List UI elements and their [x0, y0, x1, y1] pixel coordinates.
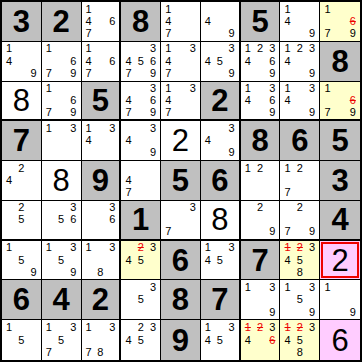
cell-r4c2[interactable]: 13 — [42, 121, 82, 161]
candidate-digit: 9 — [28, 67, 40, 79]
cell-r5c1[interactable]: 24 — [2, 161, 42, 201]
cell-r7c5[interactable]: 6 — [161, 241, 201, 281]
candidate-grid: 2345 — [121, 320, 160, 360]
candidate-digit: 9 — [147, 106, 159, 118]
candidate-digit: 5 — [135, 55, 147, 67]
cell-r9c1[interactable]: 15 — [2, 320, 42, 360]
cell-r5c2[interactable]: 8 — [42, 161, 82, 201]
candidate-digit: 6 — [106, 55, 118, 67]
candidate-digit: 4 — [162, 15, 174, 27]
candidate-digit: 6 — [266, 94, 278, 106]
candidate-grid: 1679 — [320, 2, 360, 41]
given-digit: 8 — [331, 46, 348, 77]
cell-r3c4[interactable]: 34679 — [121, 82, 161, 122]
candidate-grid: 1679 — [320, 82, 360, 120]
candidate-digit: 3 — [266, 43, 278, 55]
cell-r6c7[interactable]: 29 — [241, 201, 281, 241]
candidate-digit: 4 — [3, 55, 15, 67]
candidate-grid: 1347 — [161, 42, 200, 81]
cell-r1c9[interactable]: 1679 — [320, 2, 360, 42]
candidate-digit: 5 — [214, 55, 226, 67]
cell-r4c5[interactable]: 2 — [161, 121, 201, 161]
candidate-digit: 3 — [266, 321, 278, 334]
cell-r4c4[interactable]: 349 — [121, 121, 161, 161]
candidate-digit: 5 — [55, 334, 67, 347]
eliminated-candidate: 6 — [346, 94, 359, 106]
candidate-digit: 3 — [187, 202, 199, 214]
cell-r9c6[interactable]: 1345 — [201, 320, 241, 360]
cell-r4c9[interactable]: 5 — [320, 121, 360, 161]
candidate-digit: 3 — [67, 242, 79, 254]
candidate-digit: 1 — [281, 162, 293, 174]
given-digit: 7 — [251, 245, 268, 276]
candidate-digit: 3 — [266, 281, 278, 293]
candidate-digit: 3 — [306, 83, 318, 95]
cell-r7c3[interactable]: 138 — [82, 241, 122, 281]
candidate-digit: 9 — [266, 67, 278, 79]
cell-r8c2[interactable]: 4 — [42, 280, 82, 320]
given-digit: 4 — [53, 284, 70, 315]
candidate-grid: 138 — [82, 241, 120, 280]
given-digit: 5 — [92, 85, 109, 116]
candidate-digit: 5 — [294, 254, 306, 266]
candidate-digit: 1 — [242, 43, 254, 55]
cell-r6c1[interactable]: 25 — [2, 201, 42, 241]
cell-r6c3[interactable]: 36 — [82, 201, 122, 241]
candidate-digit: 1 — [202, 242, 214, 254]
candidate-grid: 36 — [82, 201, 120, 239]
candidate-grid: 3459 — [201, 42, 239, 81]
cell-r6c9[interactable]: 4 — [320, 201, 360, 241]
cell-r5c8[interactable]: 127 — [280, 161, 320, 201]
candidate-digit: 2 — [254, 202, 266, 214]
candidate-digit: 1 — [162, 3, 174, 15]
candidate-digit: 4 — [202, 55, 214, 67]
cell-r2c2[interactable]: 1679 — [42, 42, 82, 82]
candidate-digit: 8 — [294, 346, 306, 359]
candidate-digit: 7 — [321, 28, 334, 40]
candidate-digit: 8 — [94, 266, 106, 278]
candidate-grid: 127 — [280, 161, 319, 200]
given-digit: 8 — [132, 6, 149, 37]
candidate-digit: 4 — [122, 55, 134, 67]
eliminated-candidate: 2 — [294, 242, 306, 254]
cell-r6c4[interactable]: 1 — [121, 201, 161, 241]
candidate-digit: 1 — [242, 83, 254, 95]
candidate-digit: 1 — [83, 3, 95, 15]
candidate-digit: 9 — [306, 28, 318, 40]
eliminated-candidate: 1 — [242, 321, 254, 334]
candidate-grid: 134 — [82, 121, 120, 160]
cell-r2c8[interactable]: 12349 — [280, 42, 320, 82]
candidate-grid: 1357 — [42, 320, 81, 360]
cell-r6c5[interactable]: 37 — [161, 201, 201, 241]
candidate-digit: 4 — [242, 94, 254, 106]
candidate-digit: 4 — [122, 135, 134, 147]
candidate-digit: 4 — [83, 135, 95, 147]
given-digit: 5 — [331, 125, 348, 156]
cell-r1c3[interactable]: 1467 — [82, 2, 122, 42]
cell-r5c9[interactable]: 3 — [320, 161, 360, 201]
candidate-digit: 2 — [254, 43, 266, 55]
eliminated-candidate: 2 — [135, 242, 147, 254]
candidate-digit: 3 — [226, 321, 238, 334]
cell-r1c8[interactable]: 149 — [280, 2, 320, 42]
candidate-digit: 9 — [67, 266, 79, 278]
cell-r7c7[interactable]: 7 — [241, 241, 281, 281]
eliminated-candidate: 2 — [294, 321, 306, 334]
given-digit: 5 — [251, 6, 268, 37]
solved-digit: 2 — [172, 125, 189, 156]
candidate-digit: 9 — [266, 306, 278, 318]
candidate-digit: 4 — [162, 94, 174, 106]
candidate-grid: 139 — [241, 280, 280, 319]
cell-r1c5[interactable]: 147 — [161, 2, 201, 42]
given-digit: 2 — [92, 284, 109, 315]
cell-r2c7[interactable]: 123469 — [241, 42, 281, 82]
cell-r4c3[interactable]: 134 — [82, 121, 122, 161]
candidate-digit: 9 — [306, 67, 318, 79]
candidate-digit: 5 — [15, 334, 27, 347]
candidate-digit: 9 — [226, 147, 238, 159]
cell-r4c7[interactable]: 8 — [241, 121, 281, 161]
cell-r4c6[interactable]: 349 — [201, 121, 241, 161]
candidate-digit: 3 — [306, 321, 318, 334]
candidate-digit: 7 — [43, 106, 55, 118]
candidate-grid: 12346 — [241, 320, 280, 360]
candidate-digit: 6 — [147, 94, 159, 106]
cell-r2c5[interactable]: 1347 — [161, 42, 201, 82]
candidate-digit: 7 — [162, 67, 174, 79]
candidate-digit: 9 — [306, 306, 318, 318]
candidate-digit: 7 — [83, 346, 95, 359]
candidate-digit: 7 — [83, 67, 95, 79]
candidate-digit: 9 — [266, 106, 278, 118]
candidate-digit: 1 — [202, 321, 214, 334]
cell-r3c2[interactable]: 1679 — [42, 82, 82, 122]
cell-r9c9[interactable]: 6 — [320, 320, 360, 360]
cell-r5c5[interactable]: 5 — [161, 161, 201, 201]
candidate-digit: 2 — [294, 202, 306, 214]
candidate-digit: 4 — [122, 254, 134, 266]
cell-r9c5[interactable]: 9 — [161, 320, 201, 360]
given-digit: 6 — [211, 165, 228, 196]
cell-r3c3[interactable]: 5 — [82, 82, 122, 122]
given-digit: 6 — [13, 284, 30, 315]
given-digit: 6 — [172, 245, 189, 276]
cell-r2c9[interactable]: 8 — [320, 42, 360, 82]
candidate-digit: 2 — [294, 43, 306, 55]
given-digit: 3 — [13, 6, 30, 37]
candidate-digit: 3 — [147, 281, 159, 293]
candidate-digit: 4 — [281, 15, 293, 27]
candidate-digit: 9 — [67, 67, 79, 79]
candidate-digit: 4 — [281, 94, 293, 106]
eliminated-candidate: 1 — [281, 242, 293, 254]
solved-digit: 8 — [53, 165, 70, 196]
eliminated-candidate: 6 — [346, 15, 359, 27]
candidate-grid: 159 — [2, 241, 41, 280]
cell-r8c5[interactable]: 8 — [161, 280, 201, 320]
candidate-digit: 3 — [226, 242, 238, 254]
candidate-grid: 13 — [42, 121, 81, 160]
candidate-digit: 5 — [15, 254, 27, 266]
cell-r1c6[interactable]: 49 — [201, 2, 241, 42]
candidate-grid: 1359 — [42, 241, 81, 280]
cell-r4c1[interactable]: 7 — [2, 121, 42, 161]
candidate-grid: 1679 — [42, 42, 81, 81]
candidate-grid: 1345 — [201, 241, 239, 280]
given-digit: 8 — [251, 125, 268, 156]
candidate-grid: 149 — [2, 42, 41, 81]
candidate-grid: 49 — [201, 2, 239, 41]
candidate-digit: 5 — [214, 254, 226, 266]
given-digit: 6 — [291, 125, 308, 156]
candidate-digit: 7 — [83, 28, 95, 40]
candidate-digit: 1 — [83, 321, 95, 334]
candidate-digit: 3 — [147, 321, 159, 334]
candidate-grid: 1349 — [280, 82, 319, 120]
candidate-digit: 4 — [242, 334, 254, 347]
given-digit: 5 — [172, 165, 189, 196]
cell-r5c7[interactable]: 12 — [241, 161, 281, 201]
candidate-digit: 7 — [281, 187, 293, 199]
cell-r4c8[interactable]: 6 — [280, 121, 320, 161]
cell-r9c7[interactable]: 12346 — [241, 320, 281, 360]
candidate-digit: 3 — [106, 122, 118, 134]
candidate-digit: 9 — [28, 266, 40, 278]
cell-r8c6[interactable]: 7 — [201, 280, 241, 320]
cell-r7c8[interactable]: 123458 — [280, 241, 320, 281]
candidate-digit: 6 — [67, 214, 79, 226]
cell-r1c7[interactable]: 5 — [241, 2, 281, 42]
given-digit: 9 — [172, 325, 189, 356]
candidate-digit: 1 — [83, 242, 95, 254]
candidate-digit: 4 — [281, 55, 293, 67]
solved-digit: 8 — [211, 204, 228, 235]
candidate-grid: 123458 — [280, 320, 319, 360]
cell-r1c4[interactable]: 8 — [121, 2, 161, 42]
candidate-digit: 4 — [122, 174, 134, 186]
cell-r8c4[interactable]: 35 — [121, 280, 161, 320]
candidate-digit: 1 — [3, 242, 15, 254]
candidate-digit: 4 — [202, 334, 214, 347]
cell-r7c2[interactable]: 1359 — [42, 241, 82, 281]
candidate-digit: 4 — [83, 55, 95, 67]
candidate-digit: 4 — [202, 15, 214, 27]
candidate-digit: 3 — [106, 242, 118, 254]
candidate-grid: 349 — [201, 121, 239, 160]
given-digit: 2 — [211, 85, 228, 116]
sudoku-board: 3214678147495149167914916791467345679134… — [0, 0, 362, 362]
candidate-digit: 5 — [214, 334, 226, 347]
given-digit: 4 — [331, 204, 348, 235]
cell-r2c4[interactable]: 345679 — [121, 42, 161, 82]
solved-digit: 6 — [331, 325, 348, 356]
candidate-digit: 1 — [43, 43, 55, 55]
candidate-digit: 1 — [3, 43, 15, 55]
candidate-digit: 7 — [122, 106, 134, 118]
candidate-digit: 2 — [294, 162, 306, 174]
candidate-grid: 1467 — [82, 2, 120, 41]
candidate-digit: 3 — [147, 242, 159, 254]
candidate-grid: 356 — [42, 201, 81, 239]
candidate-grid: 2345 — [121, 241, 160, 280]
candidate-grid: 123469 — [241, 42, 280, 81]
cell-r2c1[interactable]: 149 — [2, 42, 42, 82]
candidate-digit: 1 — [281, 43, 293, 55]
cell-r9c8[interactable]: 123458 — [280, 320, 320, 360]
candidate-digit: 1 — [162, 43, 174, 55]
cell-r2c3[interactable]: 1467 — [82, 42, 122, 82]
candidate-digit: 6 — [147, 55, 159, 67]
candidate-grid: 147 — [161, 2, 200, 41]
candidate-digit: 6 — [67, 94, 79, 106]
cell-r8c8[interactable]: 1359 — [280, 280, 320, 320]
candidate-digit: 1 — [281, 281, 293, 293]
candidate-digit: 1 — [242, 281, 254, 293]
candidate-digit: 4 — [242, 55, 254, 67]
cell-r5c6[interactable]: 6 — [201, 161, 241, 201]
candidate-digit: 5 — [15, 214, 27, 226]
candidate-digit: 2 — [135, 321, 147, 334]
candidate-grid: 1467 — [82, 42, 120, 81]
given-digit: 3 — [331, 165, 348, 196]
candidate-digit: 1 — [83, 122, 95, 134]
cell-r6c2[interactable]: 356 — [42, 201, 82, 241]
candidate-grid: 349 — [121, 121, 160, 160]
candidate-digit: 3 — [306, 242, 318, 254]
candidate-digit: 1 — [162, 83, 174, 95]
candidate-digit: 4 — [281, 334, 293, 347]
candidate-grid: 123458 — [280, 241, 319, 280]
candidate-digit: 3 — [266, 83, 278, 95]
cell-r3c5[interactable]: 1347 — [161, 82, 201, 122]
candidate-digit: 7 — [162, 28, 174, 40]
candidate-digit: 4 — [202, 135, 214, 147]
candidate-digit: 9 — [226, 28, 238, 40]
candidate-digit: 3 — [187, 83, 199, 95]
given-digit: 7 — [211, 284, 228, 315]
cell-r3c9[interactable]: 1679 — [320, 82, 360, 122]
cell-r7c9[interactable]: 2 — [320, 241, 360, 281]
candidate-digit: 4 — [122, 94, 134, 106]
cell-r3c8[interactable]: 1349 — [280, 82, 320, 122]
candidate-grid: 47 — [121, 161, 160, 200]
candidate-grid: 149 — [280, 2, 319, 41]
candidate-digit: 3 — [226, 43, 238, 55]
candidate-digit: 2 — [254, 162, 266, 174]
cell-r6c8[interactable]: 279 — [280, 201, 320, 241]
candidate-grid: 279 — [280, 201, 319, 239]
candidate-digit: 7 — [281, 226, 293, 238]
cell-r1c2[interactable]: 2 — [42, 2, 82, 42]
cell-r6c6[interactable]: 8 — [201, 201, 241, 241]
candidate-grid: 1347 — [161, 82, 200, 120]
cell-r3c7[interactable]: 13469 — [241, 82, 281, 122]
candidate-digit: 3 — [67, 321, 79, 334]
cell-r3c6[interactable]: 2 — [201, 82, 241, 122]
candidate-digit: 2 — [15, 162, 27, 174]
candidate-digit: 3 — [306, 43, 318, 55]
candidate-grid: 13469 — [241, 82, 280, 120]
candidate-grid: 12349 — [280, 42, 319, 81]
candidate-digit: 1 — [43, 83, 55, 95]
cell-r9c3[interactable]: 1378 — [82, 320, 122, 360]
candidate-digit: 1 — [83, 43, 95, 55]
candidate-digit: 3 — [106, 202, 118, 214]
candidate-digit: 3 — [147, 122, 159, 134]
candidate-digit: 8 — [294, 266, 306, 278]
candidate-grid: 25 — [2, 201, 41, 239]
cell-r2c6[interactable]: 3459 — [201, 42, 241, 82]
cell-r5c3[interactable]: 9 — [82, 161, 122, 201]
cell-r5c4[interactable]: 47 — [121, 161, 161, 201]
candidate-digit: 1 — [321, 3, 334, 15]
candidate-grid: 29 — [241, 201, 280, 239]
candidate-digit: 3 — [147, 43, 159, 55]
candidate-digit: 5 — [135, 254, 147, 266]
cell-r8c9[interactable]: 19 — [320, 280, 360, 320]
candidate-digit: 1 — [242, 162, 254, 174]
candidate-digit: 9 — [147, 147, 159, 159]
candidate-grid: 1345 — [201, 320, 239, 360]
cell-r1c1[interactable]: 3 — [2, 2, 42, 42]
candidate-digit: 9 — [346, 106, 359, 118]
candidate-digit: 5 — [294, 334, 306, 347]
candidate-digit: 9 — [346, 28, 359, 40]
candidate-digit: 6 — [106, 214, 118, 226]
cell-r9c2[interactable]: 1357 — [42, 320, 82, 360]
candidate-grid: 34679 — [121, 82, 160, 120]
cell-r7c6[interactable]: 1345 — [201, 241, 241, 281]
candidate-digit: 7 — [43, 67, 55, 79]
cell-r7c4[interactable]: 2345 — [121, 241, 161, 281]
candidate-digit: 7 — [162, 226, 174, 238]
cell-r8c7[interactable]: 139 — [241, 280, 281, 320]
cell-r9c4[interactable]: 2345 — [121, 320, 161, 360]
cell-r3c1[interactable]: 8 — [2, 82, 42, 122]
cell-r8c1[interactable]: 6 — [2, 280, 42, 320]
given-digit: 8 — [172, 284, 189, 315]
candidate-grid: 1679 — [42, 82, 81, 120]
candidate-digit: 1 — [3, 321, 15, 334]
candidate-digit: 5 — [294, 294, 306, 306]
candidate-digit: 9 — [346, 306, 359, 318]
eliminated-candidate: 6 — [266, 334, 278, 347]
candidate-digit: 3 — [106, 321, 118, 334]
cell-r8c3[interactable]: 2 — [82, 280, 122, 320]
candidate-grid: 12 — [241, 161, 280, 200]
candidate-digit: 7 — [321, 106, 334, 118]
candidate-digit: 6 — [266, 55, 278, 67]
candidate-digit: 4 — [162, 55, 174, 67]
candidate-digit: 5 — [55, 214, 67, 226]
candidate-digit: 7 — [122, 67, 134, 79]
candidate-digit: 1 — [281, 3, 293, 15]
candidate-grid: 24 — [2, 161, 41, 200]
candidate-digit: 1 — [43, 321, 55, 334]
candidate-digit: 4 — [202, 254, 214, 266]
cell-r7c1[interactable]: 159 — [2, 241, 42, 281]
candidate-digit: 4 — [122, 334, 134, 347]
candidate-digit: 1 — [281, 83, 293, 95]
candidate-digit: 8 — [94, 346, 106, 359]
candidate-digit: 5 — [135, 294, 147, 306]
candidate-digit: 5 — [135, 334, 147, 347]
candidate-digit: 1 — [43, 122, 55, 134]
candidate-digit: 1 — [321, 83, 334, 95]
